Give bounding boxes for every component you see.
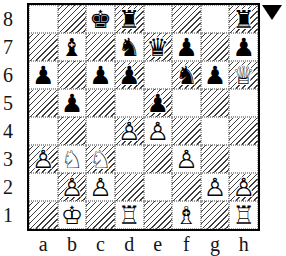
square-e3 bbox=[144, 145, 173, 173]
square-b4 bbox=[58, 117, 87, 145]
square-e2 bbox=[144, 173, 173, 201]
piece-black-pawn: ♟ bbox=[144, 89, 173, 117]
piece-black-rook: ♜ bbox=[229, 5, 258, 33]
square-c8: ♚ bbox=[86, 5, 115, 33]
piece-black-pawn: ♟ bbox=[229, 33, 258, 61]
square-c3: ♞♘ bbox=[86, 145, 115, 173]
square-b5: ♟ bbox=[58, 89, 87, 117]
square-h1: ♜♖ bbox=[229, 201, 258, 229]
square-g3 bbox=[201, 145, 230, 173]
square-g6: ♟ bbox=[201, 61, 230, 89]
square-b6 bbox=[58, 61, 87, 89]
square-f4 bbox=[172, 117, 201, 145]
square-h4 bbox=[229, 117, 258, 145]
chess-diagram: 87654321 ♚♜♜♝♞♛♟♟♟♟♟♞♟♛♕♟♟♟♙♟♙♟♙♞♘♞♘♟♙♟♙… bbox=[0, 0, 286, 256]
piece-white-queen: ♕ bbox=[229, 61, 258, 89]
square-a8 bbox=[29, 5, 58, 33]
square-d7: ♞ bbox=[115, 33, 144, 61]
rank-label-8: 8 bbox=[0, 5, 16, 33]
piece-white-knight: ♘ bbox=[86, 145, 115, 173]
file-label-d: d bbox=[115, 232, 144, 256]
piece-black-queen: ♛ bbox=[144, 33, 173, 61]
square-b7: ♝ bbox=[58, 33, 87, 61]
square-a2 bbox=[29, 173, 58, 201]
square-c5 bbox=[86, 89, 115, 117]
piece-black-pawn: ♟ bbox=[58, 89, 87, 117]
piece-white-pawn: ♙ bbox=[58, 173, 87, 201]
square-f3: ♟♙ bbox=[172, 145, 201, 173]
square-c2: ♟♙ bbox=[86, 173, 115, 201]
file-label-g: g bbox=[201, 232, 230, 256]
piece-black-knight: ♞ bbox=[115, 33, 144, 61]
square-a1 bbox=[29, 201, 58, 229]
square-g2: ♟♙ bbox=[201, 173, 230, 201]
square-d3 bbox=[115, 145, 144, 173]
square-d2 bbox=[115, 173, 144, 201]
file-label-h: h bbox=[229, 232, 258, 256]
piece-black-king: ♚ bbox=[86, 5, 115, 33]
square-a7 bbox=[29, 33, 58, 61]
square-e1 bbox=[144, 201, 173, 229]
piece-black-pawn: ♟ bbox=[201, 61, 230, 89]
rank-label-5: 5 bbox=[0, 89, 16, 117]
square-f5 bbox=[172, 89, 201, 117]
file-label-f: f bbox=[172, 232, 201, 256]
piece-white-king: ♔ bbox=[58, 201, 87, 229]
square-h7: ♟ bbox=[229, 33, 258, 61]
rank-label-6: 6 bbox=[0, 61, 16, 89]
piece-white-pawn: ♙ bbox=[29, 145, 58, 173]
black-to-move-indicator bbox=[262, 5, 282, 21]
square-e6 bbox=[144, 61, 173, 89]
square-f2 bbox=[172, 173, 201, 201]
square-a6: ♟ bbox=[29, 61, 58, 89]
piece-black-pawn: ♟ bbox=[172, 33, 201, 61]
piece-black-rook: ♜ bbox=[115, 5, 144, 33]
piece-white-pawn: ♙ bbox=[172, 145, 201, 173]
triangle-down-icon bbox=[262, 5, 282, 20]
square-b1: ♚♔ bbox=[58, 201, 87, 229]
square-a3: ♟♙ bbox=[29, 145, 58, 173]
square-c7 bbox=[86, 33, 115, 61]
square-c4 bbox=[86, 117, 115, 145]
square-e4: ♟♙ bbox=[144, 117, 173, 145]
rank-label-4: 4 bbox=[0, 117, 16, 145]
square-h3 bbox=[229, 145, 258, 173]
piece-white-pawn: ♙ bbox=[144, 117, 173, 145]
file-labels: abcdefgh bbox=[29, 232, 258, 256]
square-c1 bbox=[86, 201, 115, 229]
square-g8 bbox=[201, 5, 230, 33]
rank-labels: 87654321 bbox=[0, 5, 16, 229]
rank-label-1: 1 bbox=[0, 201, 16, 229]
chess-board: ♚♜♜♝♞♛♟♟♟♟♟♞♟♛♕♟♟♟♙♟♙♟♙♞♘♞♘♟♙♟♙♟♙♟♙♟♙♚♔♜… bbox=[27, 3, 260, 231]
square-e5: ♟ bbox=[144, 89, 173, 117]
square-f1: ♝♗ bbox=[172, 201, 201, 229]
square-f6: ♞ bbox=[172, 61, 201, 89]
rank-label-2: 2 bbox=[0, 173, 16, 201]
rank-label-7: 7 bbox=[0, 33, 16, 61]
square-g4 bbox=[201, 117, 230, 145]
file-label-e: e bbox=[144, 232, 173, 256]
piece-white-rook: ♖ bbox=[229, 201, 258, 229]
square-f7: ♟ bbox=[172, 33, 201, 61]
piece-black-knight: ♞ bbox=[172, 61, 201, 89]
square-f8 bbox=[172, 5, 201, 33]
square-h2: ♟♙ bbox=[229, 173, 258, 201]
square-d5 bbox=[115, 89, 144, 117]
square-d1: ♜♖ bbox=[115, 201, 144, 229]
square-c6: ♟ bbox=[86, 61, 115, 89]
square-e8 bbox=[144, 5, 173, 33]
piece-white-pawn: ♙ bbox=[201, 173, 230, 201]
square-b3: ♞♘ bbox=[58, 145, 87, 173]
piece-white-pawn: ♙ bbox=[115, 117, 144, 145]
file-label-c: c bbox=[86, 232, 115, 256]
square-h6: ♛♕ bbox=[229, 61, 258, 89]
square-a5 bbox=[29, 89, 58, 117]
file-label-b: b bbox=[58, 232, 87, 256]
piece-black-pawn: ♟ bbox=[29, 61, 58, 89]
square-g7 bbox=[201, 33, 230, 61]
piece-white-rook: ♖ bbox=[115, 201, 144, 229]
square-d6: ♟ bbox=[115, 61, 144, 89]
square-a4 bbox=[29, 117, 58, 145]
square-d4: ♟♙ bbox=[115, 117, 144, 145]
piece-black-pawn: ♟ bbox=[115, 61, 144, 89]
piece-black-pawn: ♟ bbox=[86, 61, 115, 89]
piece-white-pawn: ♙ bbox=[86, 173, 115, 201]
square-h5 bbox=[229, 89, 258, 117]
piece-white-bishop: ♗ bbox=[172, 201, 201, 229]
piece-black-bishop: ♝ bbox=[58, 33, 87, 61]
square-h8: ♜ bbox=[229, 5, 258, 33]
square-e7: ♛ bbox=[144, 33, 173, 61]
square-g5 bbox=[201, 89, 230, 117]
square-g1 bbox=[201, 201, 230, 229]
rank-label-3: 3 bbox=[0, 145, 16, 173]
square-d8: ♜ bbox=[115, 5, 144, 33]
square-b8 bbox=[58, 5, 87, 33]
file-label-a: a bbox=[29, 232, 58, 256]
square-b2: ♟♙ bbox=[58, 173, 87, 201]
piece-white-pawn: ♙ bbox=[229, 173, 258, 201]
piece-white-knight: ♘ bbox=[58, 145, 87, 173]
